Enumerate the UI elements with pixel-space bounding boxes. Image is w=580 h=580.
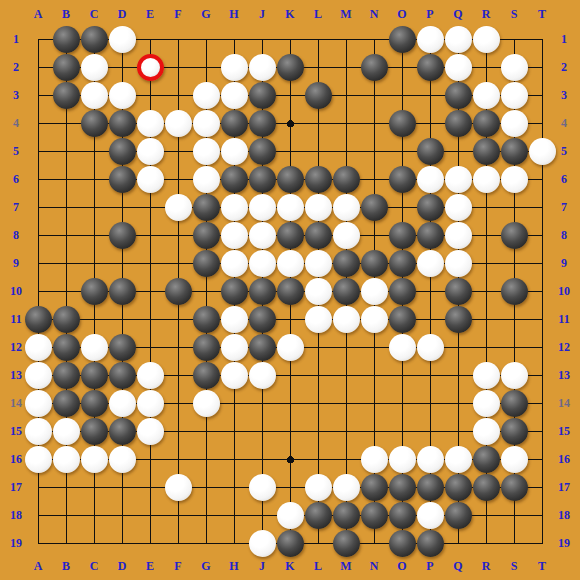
- stone-white-Q7: [445, 194, 472, 221]
- stone-white-O12: [389, 334, 416, 361]
- stone-white-P12: [417, 334, 444, 361]
- col-label-top-A: A: [34, 7, 43, 22]
- stone-black-M10: [333, 278, 360, 305]
- stone-white-K7: [277, 194, 304, 221]
- stone-white-M11: [333, 306, 360, 333]
- row-label-left-10: 10: [10, 284, 22, 299]
- row-label-left-6: 6: [13, 172, 19, 187]
- stone-black-J5: [249, 138, 276, 165]
- stone-white-L7: [305, 194, 332, 221]
- stone-white-B16: [53, 446, 80, 473]
- row-label-right-17: 17: [558, 480, 570, 495]
- stone-black-L6: [305, 166, 332, 193]
- stone-black-O10: [389, 278, 416, 305]
- stone-black-P19: [417, 530, 444, 557]
- stone-black-N9: [361, 250, 388, 277]
- row-label-left-5: 5: [13, 144, 19, 159]
- stone-white-J8: [249, 222, 276, 249]
- row-label-right-4: 4: [561, 116, 567, 131]
- stone-white-E14: [137, 390, 164, 417]
- stone-white-G3: [193, 82, 220, 109]
- stone-white-R3: [473, 82, 500, 109]
- col-label-bottom-G: G: [201, 559, 210, 574]
- col-label-bottom-O: O: [397, 559, 406, 574]
- row-label-right-6: 6: [561, 172, 567, 187]
- row-label-left-4: 4: [13, 116, 19, 131]
- row-label-left-9: 9: [13, 256, 19, 271]
- col-label-bottom-J: J: [259, 559, 265, 574]
- stone-white-N16: [361, 446, 388, 473]
- stone-black-B3: [53, 82, 80, 109]
- stone-black-O19: [389, 530, 416, 557]
- stone-black-R17: [473, 474, 500, 501]
- stone-black-Q17: [445, 474, 472, 501]
- stone-black-Q4: [445, 110, 472, 137]
- row-label-right-19: 19: [558, 536, 570, 551]
- stone-black-G12: [193, 334, 220, 361]
- stone-black-O11: [389, 306, 416, 333]
- stone-white-E2-last-move: [137, 54, 164, 81]
- stone-white-J19: [249, 530, 276, 557]
- stone-white-D3: [109, 82, 136, 109]
- stone-white-S6: [501, 166, 528, 193]
- stone-black-M18: [333, 502, 360, 529]
- stone-white-H11: [221, 306, 248, 333]
- col-label-top-B: B: [62, 7, 70, 22]
- col-label-top-E: E: [146, 7, 154, 22]
- stone-white-J13: [249, 362, 276, 389]
- stone-black-M19: [333, 530, 360, 557]
- stone-white-K12: [277, 334, 304, 361]
- stone-black-J10: [249, 278, 276, 305]
- col-label-bottom-B: B: [62, 559, 70, 574]
- stone-white-C12: [81, 334, 108, 361]
- stone-white-C16: [81, 446, 108, 473]
- stone-white-G4: [193, 110, 220, 137]
- stone-black-P8: [417, 222, 444, 249]
- star-point-K16: [287, 456, 294, 463]
- col-label-bottom-H: H: [229, 559, 238, 574]
- stone-white-S16: [501, 446, 528, 473]
- row-label-right-15: 15: [558, 424, 570, 439]
- stone-black-N2: [361, 54, 388, 81]
- stone-black-P5: [417, 138, 444, 165]
- row-label-right-11: 11: [558, 312, 569, 327]
- row-label-left-14: 14: [10, 396, 22, 411]
- stone-white-C3: [81, 82, 108, 109]
- row-label-right-9: 9: [561, 256, 567, 271]
- stone-white-E15: [137, 418, 164, 445]
- stone-black-O8: [389, 222, 416, 249]
- col-label-bottom-E: E: [146, 559, 154, 574]
- stone-black-B14: [53, 390, 80, 417]
- stone-black-N7: [361, 194, 388, 221]
- stone-white-Q1: [445, 26, 472, 53]
- stone-white-A13: [25, 362, 52, 389]
- stone-white-N10: [361, 278, 388, 305]
- stone-black-D8: [109, 222, 136, 249]
- stone-white-Q2: [445, 54, 472, 81]
- col-label-bottom-L: L: [314, 559, 322, 574]
- stone-black-S15: [501, 418, 528, 445]
- col-label-top-N: N: [370, 7, 379, 22]
- stone-white-S3: [501, 82, 528, 109]
- col-label-bottom-C: C: [90, 559, 99, 574]
- stone-black-P7: [417, 194, 444, 221]
- stone-white-H5: [221, 138, 248, 165]
- row-label-left-15: 15: [10, 424, 22, 439]
- row-label-left-16: 16: [10, 452, 22, 467]
- stone-white-S2: [501, 54, 528, 81]
- stone-white-L11: [305, 306, 332, 333]
- stone-white-J17: [249, 474, 276, 501]
- col-label-bottom-F: F: [174, 559, 181, 574]
- stone-white-Q8: [445, 222, 472, 249]
- col-label-top-R: R: [482, 7, 491, 22]
- stone-white-P6: [417, 166, 444, 193]
- row-label-left-13: 13: [10, 368, 22, 383]
- stone-white-N11: [361, 306, 388, 333]
- stone-black-C10: [81, 278, 108, 305]
- stone-black-K6: [277, 166, 304, 193]
- stone-black-P2: [417, 54, 444, 81]
- col-label-bottom-N: N: [370, 559, 379, 574]
- stone-black-D12: [109, 334, 136, 361]
- stone-white-G14: [193, 390, 220, 417]
- stone-white-J7: [249, 194, 276, 221]
- star-point-K4: [287, 120, 294, 127]
- stone-white-M7: [333, 194, 360, 221]
- stone-black-J11: [249, 306, 276, 333]
- stone-white-J2: [249, 54, 276, 81]
- row-label-left-3: 3: [13, 88, 19, 103]
- row-label-left-19: 19: [10, 536, 22, 551]
- col-label-top-O: O: [397, 7, 406, 22]
- col-label-bottom-P: P: [426, 559, 433, 574]
- stone-white-R6: [473, 166, 500, 193]
- stone-white-M17: [333, 474, 360, 501]
- row-label-right-18: 18: [558, 508, 570, 523]
- col-label-bottom-K: K: [285, 559, 294, 574]
- stone-black-H6: [221, 166, 248, 193]
- stone-white-M8: [333, 222, 360, 249]
- stone-black-F10: [165, 278, 192, 305]
- stone-white-A14: [25, 390, 52, 417]
- stone-black-R5: [473, 138, 500, 165]
- col-label-top-D: D: [118, 7, 127, 22]
- stone-white-E6: [137, 166, 164, 193]
- stone-white-H9: [221, 250, 248, 277]
- stone-black-G13: [193, 362, 220, 389]
- stone-black-B12: [53, 334, 80, 361]
- stone-black-O1: [389, 26, 416, 53]
- stone-black-C1: [81, 26, 108, 53]
- stone-black-O4: [389, 110, 416, 137]
- stone-white-P16: [417, 446, 444, 473]
- row-label-right-16: 16: [558, 452, 570, 467]
- stone-white-K18: [277, 502, 304, 529]
- stone-white-R14: [473, 390, 500, 417]
- stone-black-S14: [501, 390, 528, 417]
- row-label-left-7: 7: [13, 200, 19, 215]
- col-label-bottom-R: R: [482, 559, 491, 574]
- col-label-bottom-A: A: [34, 559, 43, 574]
- stone-black-K8: [277, 222, 304, 249]
- stone-white-D1: [109, 26, 136, 53]
- stone-white-D14: [109, 390, 136, 417]
- stone-black-S5: [501, 138, 528, 165]
- stone-black-G8: [193, 222, 220, 249]
- stone-white-H12: [221, 334, 248, 361]
- stone-black-D6: [109, 166, 136, 193]
- stone-black-Q10: [445, 278, 472, 305]
- stone-white-C2: [81, 54, 108, 81]
- stone-black-A11: [25, 306, 52, 333]
- row-label-left-8: 8: [13, 228, 19, 243]
- row-label-left-17: 17: [10, 480, 22, 495]
- stone-black-N17: [361, 474, 388, 501]
- stone-black-D15: [109, 418, 136, 445]
- stone-white-P1: [417, 26, 444, 53]
- col-label-top-M: M: [340, 7, 351, 22]
- col-label-top-J: J: [259, 7, 265, 22]
- stone-white-G6: [193, 166, 220, 193]
- stone-white-S13: [501, 362, 528, 389]
- stone-black-L18: [305, 502, 332, 529]
- stone-black-L8: [305, 222, 332, 249]
- row-label-right-2: 2: [561, 60, 567, 75]
- stone-black-R16: [473, 446, 500, 473]
- col-label-top-Q: Q: [453, 7, 462, 22]
- row-label-right-10: 10: [558, 284, 570, 299]
- stone-white-A12: [25, 334, 52, 361]
- row-label-right-8: 8: [561, 228, 567, 243]
- stone-black-J3: [249, 82, 276, 109]
- stone-white-B15: [53, 418, 80, 445]
- stone-black-S10: [501, 278, 528, 305]
- stone-white-E5: [137, 138, 164, 165]
- row-label-right-5: 5: [561, 144, 567, 159]
- stone-black-S8: [501, 222, 528, 249]
- col-label-bottom-D: D: [118, 559, 127, 574]
- col-label-bottom-S: S: [511, 559, 518, 574]
- stone-white-O16: [389, 446, 416, 473]
- stone-white-T5: [529, 138, 556, 165]
- stone-white-S4: [501, 110, 528, 137]
- stone-white-Q6: [445, 166, 472, 193]
- col-label-top-K: K: [285, 7, 294, 22]
- stone-black-O17: [389, 474, 416, 501]
- row-label-right-13: 13: [558, 368, 570, 383]
- stone-black-D5: [109, 138, 136, 165]
- stone-black-C15: [81, 418, 108, 445]
- stone-black-G7: [193, 194, 220, 221]
- stone-white-H13: [221, 362, 248, 389]
- stone-black-J4: [249, 110, 276, 137]
- stone-black-Q18: [445, 502, 472, 529]
- stone-black-G9: [193, 250, 220, 277]
- stone-black-O6: [389, 166, 416, 193]
- stone-black-K19: [277, 530, 304, 557]
- stone-black-D10: [109, 278, 136, 305]
- stone-white-Q9: [445, 250, 472, 277]
- row-label-left-18: 18: [10, 508, 22, 523]
- stone-white-R13: [473, 362, 500, 389]
- stone-black-C14: [81, 390, 108, 417]
- stone-white-D16: [109, 446, 136, 473]
- stone-black-K10: [277, 278, 304, 305]
- stone-black-H10: [221, 278, 248, 305]
- stone-black-C4: [81, 110, 108, 137]
- col-label-bottom-T: T: [538, 559, 546, 574]
- col-label-top-C: C: [90, 7, 99, 22]
- stone-white-H7: [221, 194, 248, 221]
- stone-white-R15: [473, 418, 500, 445]
- stone-white-G5: [193, 138, 220, 165]
- stone-black-G11: [193, 306, 220, 333]
- col-label-top-T: T: [538, 7, 546, 22]
- stone-white-H8: [221, 222, 248, 249]
- row-label-left-12: 12: [10, 340, 22, 355]
- stone-black-P17: [417, 474, 444, 501]
- stone-black-N18: [361, 502, 388, 529]
- col-label-bottom-Q: Q: [453, 559, 462, 574]
- row-label-right-3: 3: [561, 88, 567, 103]
- col-label-top-L: L: [314, 7, 322, 22]
- stone-white-F7: [165, 194, 192, 221]
- stone-white-H2: [221, 54, 248, 81]
- row-label-right-12: 12: [558, 340, 570, 355]
- stone-white-Q16: [445, 446, 472, 473]
- stone-black-Q11: [445, 306, 472, 333]
- stone-black-L3: [305, 82, 332, 109]
- col-label-top-G: G: [201, 7, 210, 22]
- stone-white-P18: [417, 502, 444, 529]
- row-label-left-2: 2: [13, 60, 19, 75]
- row-label-left-11: 11: [10, 312, 21, 327]
- stone-black-J6: [249, 166, 276, 193]
- row-label-left-1: 1: [13, 32, 19, 47]
- stone-white-F4: [165, 110, 192, 137]
- stone-white-H3: [221, 82, 248, 109]
- stone-black-B2: [53, 54, 80, 81]
- stone-white-P9: [417, 250, 444, 277]
- stone-white-E13: [137, 362, 164, 389]
- row-label-right-1: 1: [561, 32, 567, 47]
- stone-black-B11: [53, 306, 80, 333]
- stone-white-K9: [277, 250, 304, 277]
- col-label-top-P: P: [426, 7, 433, 22]
- stone-white-A16: [25, 446, 52, 473]
- col-label-top-S: S: [511, 7, 518, 22]
- stone-white-A15: [25, 418, 52, 445]
- go-board[interactable]: AABBCCDDEEFFGGHHJJKKLLMMNNOOPPQQRRSSTT11…: [0, 0, 580, 580]
- col-label-top-H: H: [229, 7, 238, 22]
- row-label-right-7: 7: [561, 200, 567, 215]
- stone-black-S17: [501, 474, 528, 501]
- stone-black-M6: [333, 166, 360, 193]
- stone-white-L9: [305, 250, 332, 277]
- col-label-top-F: F: [174, 7, 181, 22]
- stone-black-O9: [389, 250, 416, 277]
- stone-black-B1: [53, 26, 80, 53]
- stone-white-L10: [305, 278, 332, 305]
- col-label-bottom-M: M: [340, 559, 351, 574]
- stone-white-J9: [249, 250, 276, 277]
- stone-white-F17: [165, 474, 192, 501]
- stone-black-J12: [249, 334, 276, 361]
- row-label-right-14: 14: [558, 396, 570, 411]
- stone-black-M9: [333, 250, 360, 277]
- stone-black-Q3: [445, 82, 472, 109]
- stone-white-L17: [305, 474, 332, 501]
- stone-white-R1: [473, 26, 500, 53]
- stone-black-D13: [109, 362, 136, 389]
- stone-black-R4: [473, 110, 500, 137]
- stone-black-K2: [277, 54, 304, 81]
- stone-black-B13: [53, 362, 80, 389]
- stone-black-O18: [389, 502, 416, 529]
- stone-black-H4: [221, 110, 248, 137]
- stone-white-E4: [137, 110, 164, 137]
- stone-black-C13: [81, 362, 108, 389]
- stone-black-D4: [109, 110, 136, 137]
